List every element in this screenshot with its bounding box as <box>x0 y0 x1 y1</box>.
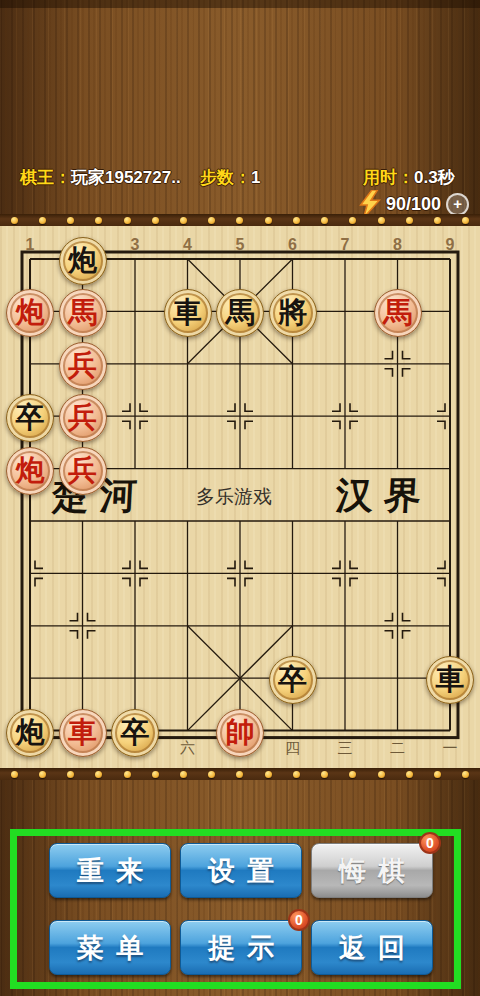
stud <box>462 771 469 778</box>
stud <box>95 771 102 778</box>
river-label-right: 汉界 <box>335 471 434 521</box>
moves-label: 步数： <box>200 168 251 187</box>
button-row-1: 重来设置悔棋0 <box>17 843 480 898</box>
piece-character: 兵 <box>68 346 97 386</box>
piece-red-車-f2r10[interactable]: 車 <box>59 709 107 757</box>
app-watermark: 多乐游戏 <box>196 484 272 510</box>
piece-character: 兵 <box>68 398 97 438</box>
stud <box>321 771 328 778</box>
piece-red-帥-f5r10[interactable]: 帥 <box>216 709 264 757</box>
stud <box>124 217 131 224</box>
control-panel-highlighted: 重来设置悔棋0 菜单提示0返回 <box>10 829 461 989</box>
stud <box>349 771 356 778</box>
settings-button[interactable]: 设置 <box>180 843 302 898</box>
button-row-2: 菜单提示0返回 <box>17 920 480 975</box>
piece-red-馬-f2r2[interactable]: 馬 <box>59 289 107 337</box>
piece-black-卒-f3r10[interactable]: 卒 <box>111 709 159 757</box>
piece-character: 車 <box>68 713 97 753</box>
file-label-top-8: 8 <box>383 236 413 254</box>
piece-character: 車 <box>436 660 465 700</box>
piece-black-炮-f2r1[interactable]: 炮 <box>59 237 107 285</box>
file-label-bottom-6: 四 <box>278 739 308 758</box>
stud <box>152 771 159 778</box>
file-label-bottom-9: 一 <box>435 739 465 758</box>
file-label-top-9: 9 <box>435 236 465 254</box>
piece-character: 卒 <box>121 713 150 753</box>
hint-button[interactable]: 提示0 <box>180 920 302 975</box>
stud-bar-bottom <box>0 768 480 780</box>
player-name: 玩家1952727.. <box>71 168 181 187</box>
restart-button[interactable]: 重来 <box>49 843 171 898</box>
status-bar: 棋王：玩家1952727.. 步数：1 用时：0.3秒 90/100 + <box>0 163 480 221</box>
back-button[interactable]: 返回 <box>311 920 433 975</box>
file-label-top-5: 5 <box>225 236 255 254</box>
piece-black-車-f9r9[interactable]: 車 <box>426 656 474 704</box>
stud <box>124 771 131 778</box>
piece-character: 馬 <box>68 293 97 333</box>
stud <box>208 217 215 224</box>
stud <box>95 217 102 224</box>
xiangqi-game-screen: 棋王：玩家1952727.. 步数：1 用时：0.3秒 90/100 + 楚河 … <box>0 0 480 996</box>
stud <box>67 217 74 224</box>
energy-value: 90/100 <box>386 194 441 215</box>
xiangqi-board[interactable]: 楚河 汉界 多乐游戏 123456789九八七六五四三二一炮炮馬車馬將馬兵卒兵炮… <box>0 226 480 768</box>
hint-badge: 0 <box>288 909 310 931</box>
file-label-top-6: 6 <box>278 236 308 254</box>
file-label-bottom-7: 三 <box>330 739 360 758</box>
top-shadow <box>0 0 480 8</box>
stud <box>39 771 46 778</box>
stud <box>293 217 300 224</box>
piece-character: 兵 <box>68 451 97 491</box>
menu-button[interactable]: 菜单 <box>49 920 171 975</box>
piece-character: 將 <box>278 293 307 333</box>
piece-character: 炮 <box>16 293 45 333</box>
add-energy-button[interactable]: + <box>446 193 469 216</box>
time-label: 用时： <box>363 168 414 187</box>
stud <box>208 771 215 778</box>
player-info: 棋王：玩家1952727.. <box>20 166 181 189</box>
piece-red-兵-f2r5[interactable]: 兵 <box>59 447 107 495</box>
piece-character: 車 <box>173 293 202 333</box>
stud <box>236 217 243 224</box>
piece-character: 卒 <box>278 660 307 700</box>
piece-black-炮-f1r10[interactable]: 炮 <box>6 709 54 757</box>
file-label-bottom-8: 二 <box>383 739 413 758</box>
stud <box>11 217 18 224</box>
piece-character: 卒 <box>16 398 45 438</box>
piece-red-兵-f2r4[interactable]: 兵 <box>59 394 107 442</box>
piece-character: 馬 <box>226 293 255 333</box>
file-label-top-7: 7 <box>330 236 360 254</box>
stud <box>11 771 18 778</box>
stud <box>378 217 385 224</box>
stud <box>406 771 413 778</box>
stud <box>406 217 413 224</box>
file-label-bottom-4: 六 <box>173 739 203 758</box>
stud <box>236 771 243 778</box>
move-count: 步数：1 <box>200 166 260 189</box>
piece-black-卒-f1r4[interactable]: 卒 <box>6 394 54 442</box>
piece-character: 炮 <box>16 713 45 753</box>
stud <box>293 771 300 778</box>
file-label-top-4: 4 <box>173 236 203 254</box>
piece-black-將-f6r2[interactable]: 將 <box>269 289 317 337</box>
undo-badge: 0 <box>419 832 441 854</box>
file-label-top-1: 1 <box>15 236 45 254</box>
stud <box>67 771 74 778</box>
stud <box>434 217 441 224</box>
stud-bar-top <box>0 214 480 226</box>
stud <box>378 771 385 778</box>
piece-black-車-f4r2[interactable]: 車 <box>164 289 212 337</box>
player-label: 棋王： <box>20 168 71 187</box>
file-label-top-3: 3 <box>120 236 150 254</box>
piece-red-炮-f1r5[interactable]: 炮 <box>6 447 54 495</box>
piece-red-馬-f8r2[interactable]: 馬 <box>374 289 422 337</box>
piece-black-卒-f6r9[interactable]: 卒 <box>269 656 317 704</box>
stud <box>265 217 272 224</box>
time-value: 0.3秒 <box>414 168 455 187</box>
moves-value: 1 <box>251 168 260 187</box>
piece-red-兵-f2r3[interactable]: 兵 <box>59 342 107 390</box>
stud <box>462 217 469 224</box>
stud <box>180 217 187 224</box>
piece-character: 馬 <box>383 293 412 333</box>
stud <box>321 217 328 224</box>
piece-character: 炮 <box>68 241 97 281</box>
stud <box>152 217 159 224</box>
stud <box>180 771 187 778</box>
piece-character: 帥 <box>226 713 255 753</box>
undo-button[interactable]: 悔棋0 <box>311 843 433 898</box>
time-used: 用时：0.3秒 <box>363 166 455 189</box>
stud <box>349 217 356 224</box>
stud <box>265 771 272 778</box>
piece-character: 炮 <box>16 451 45 491</box>
stud <box>39 217 46 224</box>
stud <box>434 771 441 778</box>
